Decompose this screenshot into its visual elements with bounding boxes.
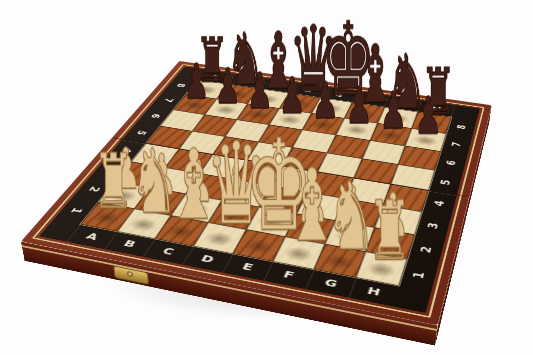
white-piece-glyph: ♝ xyxy=(285,156,311,256)
rank-label-right-7: 7 xyxy=(437,135,476,154)
photo-stage: AABBCCDDEEFFGGHH8877665544332211 ♜♞♝♛♚♝♞… xyxy=(0,0,533,355)
white-piece-glyph: ♛ xyxy=(205,127,231,240)
white-piece-glyph: ♞ xyxy=(130,137,155,226)
white-piece-glyph: ♜ xyxy=(367,190,394,271)
white-piece-glyph: ♚ xyxy=(245,122,271,248)
white-piece-glyph: ♝ xyxy=(167,137,193,234)
white-piece-glyph: ♜ xyxy=(93,144,118,219)
rank-label-right-8: 8 xyxy=(442,118,480,136)
white-piece-glyph: ♞ xyxy=(326,170,353,264)
